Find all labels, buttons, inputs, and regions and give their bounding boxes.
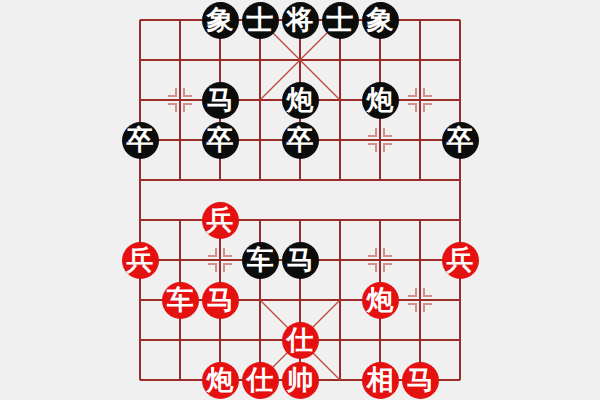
piece-black-cannon[interactable]: 炮: [282, 82, 319, 119]
board-point-6-3[interactable]: [360, 120, 400, 160]
board-point-8-9[interactable]: [440, 360, 480, 400]
piece-black-soldier[interactable]: 卒: [282, 122, 319, 159]
board-point-2-4[interactable]: [200, 160, 240, 200]
board-point-3-8[interactable]: [240, 320, 280, 360]
board-point-7-9[interactable]: 马: [400, 360, 440, 400]
board-point-6-0[interactable]: 象: [360, 0, 400, 40]
board-point-8-8[interactable]: [440, 320, 480, 360]
board-point-8-1[interactable]: [440, 40, 480, 80]
board-point-5-0[interactable]: 士: [320, 0, 360, 40]
board-point-2-0[interactable]: 象: [200, 0, 240, 40]
piece-black-advisor[interactable]: 士: [242, 2, 279, 39]
piece-black-soldier[interactable]: 卒: [122, 122, 159, 159]
board-point-5-6[interactable]: [320, 240, 360, 280]
board-point-4-6[interactable]: 马: [280, 240, 320, 280]
board-point-3-0[interactable]: 士: [240, 0, 280, 40]
board-point-6-8[interactable]: [360, 320, 400, 360]
board-point-8-0[interactable]: [440, 0, 480, 40]
board-point-4-4[interactable]: [280, 160, 320, 200]
piece-black-general[interactable]: 将: [282, 2, 319, 39]
board-point-6-6[interactable]: [360, 240, 400, 280]
board-point-1-2[interactable]: [160, 80, 200, 120]
piece-red-elephant[interactable]: 相: [362, 362, 399, 399]
board-point-4-1[interactable]: [280, 40, 320, 80]
piece-red-advisor[interactable]: 仕: [282, 322, 319, 359]
board-point-4-0[interactable]: 将: [280, 0, 320, 40]
board-point-6-2[interactable]: 炮: [360, 80, 400, 120]
board-point-1-1[interactable]: [160, 40, 200, 80]
piece-black-advisor[interactable]: 士: [322, 2, 359, 39]
piece-black-horse[interactable]: 马: [202, 82, 239, 119]
board-point-8-5[interactable]: [440, 200, 480, 240]
board-point-0-1[interactable]: [120, 40, 160, 80]
board-point-0-9[interactable]: [120, 360, 160, 400]
piece-black-elephant[interactable]: 象: [362, 2, 399, 39]
board-point-5-5[interactable]: [320, 200, 360, 240]
board-point-6-9[interactable]: 相: [360, 360, 400, 400]
board-point-7-8[interactable]: [400, 320, 440, 360]
board-grid: 象士将士象马炮炮卒卒卒卒兵兵车马兵车马炮仕炮仕帅相马: [120, 0, 480, 400]
piece-red-general[interactable]: 帅: [282, 362, 319, 399]
board-point-3-7[interactable]: [240, 280, 280, 320]
board-point-4-7[interactable]: [280, 280, 320, 320]
board-point-2-1[interactable]: [200, 40, 240, 80]
board-point-1-9[interactable]: [160, 360, 200, 400]
board-point-4-3[interactable]: 卒: [280, 120, 320, 160]
piece-red-horse[interactable]: 马: [202, 282, 239, 319]
board-point-8-2[interactable]: [440, 80, 480, 120]
board-point-6-4[interactable]: [360, 160, 400, 200]
board-point-5-1[interactable]: [320, 40, 360, 80]
board-point-8-4[interactable]: [440, 160, 480, 200]
board-point-1-4[interactable]: [160, 160, 200, 200]
board-point-3-6[interactable]: 车: [240, 240, 280, 280]
board-point-3-4[interactable]: [240, 160, 280, 200]
board-point-1-0[interactable]: [160, 0, 200, 40]
board-point-7-1[interactable]: [400, 40, 440, 80]
board-point-5-2[interactable]: [320, 80, 360, 120]
board-point-6-5[interactable]: [360, 200, 400, 240]
board-point-5-9[interactable]: [320, 360, 360, 400]
board-point-7-2[interactable]: [400, 80, 440, 120]
board-point-0-4[interactable]: [120, 160, 160, 200]
board-point-0-7[interactable]: [120, 280, 160, 320]
board-point-0-6[interactable]: 兵: [120, 240, 160, 280]
board-point-4-9[interactable]: 帅: [280, 360, 320, 400]
board-point-2-7[interactable]: 马: [200, 280, 240, 320]
board-point-2-2[interactable]: 马: [200, 80, 240, 120]
piece-black-cannon[interactable]: 炮: [362, 82, 399, 119]
board-point-6-7[interactable]: 炮: [360, 280, 400, 320]
board-point-8-3[interactable]: 卒: [440, 120, 480, 160]
xiangqi-board: 象士将士象马炮炮卒卒卒卒兵兵车马兵车马炮仕炮仕帅相马: [0, 0, 600, 400]
board-point-2-6[interactable]: [200, 240, 240, 280]
board-point-6-1[interactable]: [360, 40, 400, 80]
board-point-1-5[interactable]: [160, 200, 200, 240]
board-point-3-2[interactable]: [240, 80, 280, 120]
board-point-3-5[interactable]: [240, 200, 280, 240]
piece-black-soldier[interactable]: 卒: [202, 122, 239, 159]
piece-black-soldier[interactable]: 卒: [442, 122, 479, 159]
board-point-0-0[interactable]: [120, 0, 160, 40]
board-point-4-8[interactable]: 仕: [280, 320, 320, 360]
board-point-8-6[interactable]: 兵: [440, 240, 480, 280]
board-point-5-7[interactable]: [320, 280, 360, 320]
board-point-4-5[interactable]: [280, 200, 320, 240]
board-point-0-8[interactable]: [120, 320, 160, 360]
piece-red-chariot[interactable]: 车: [162, 282, 199, 319]
board-point-1-3[interactable]: [160, 120, 200, 160]
piece-red-soldier[interactable]: 兵: [122, 242, 159, 279]
board-point-7-7[interactable]: [400, 280, 440, 320]
piece-red-cannon[interactable]: 炮: [362, 282, 399, 319]
board-point-1-7[interactable]: 车: [160, 280, 200, 320]
board-point-8-7[interactable]: [440, 280, 480, 320]
board-point-2-8[interactable]: [200, 320, 240, 360]
board-point-0-5[interactable]: [120, 200, 160, 240]
piece-red-advisor[interactable]: 仕: [242, 362, 279, 399]
board-point-7-3[interactable]: [400, 120, 440, 160]
board-point-4-2[interactable]: 炮: [280, 80, 320, 120]
board-point-5-3[interactable]: [320, 120, 360, 160]
piece-red-cannon[interactable]: 炮: [202, 362, 239, 399]
board-point-2-3[interactable]: 卒: [200, 120, 240, 160]
board-point-0-3[interactable]: 卒: [120, 120, 160, 160]
board-point-1-8[interactable]: [160, 320, 200, 360]
piece-red-soldier[interactable]: 兵: [442, 242, 479, 279]
piece-black-horse[interactable]: 马: [282, 242, 319, 279]
piece-red-horse[interactable]: 马: [402, 362, 439, 399]
board-point-0-2[interactable]: [120, 80, 160, 120]
board-point-7-0[interactable]: [400, 0, 440, 40]
board-point-7-5[interactable]: [400, 200, 440, 240]
board-point-5-4[interactable]: [320, 160, 360, 200]
board-point-7-4[interactable]: [400, 160, 440, 200]
piece-black-elephant[interactable]: 象: [202, 2, 239, 39]
board-point-1-6[interactable]: [160, 240, 200, 280]
piece-black-chariot[interactable]: 车: [242, 242, 279, 279]
board-point-3-1[interactable]: [240, 40, 280, 80]
piece-red-soldier[interactable]: 兵: [202, 202, 239, 239]
board-point-2-9[interactable]: 炮: [200, 360, 240, 400]
board-point-3-9[interactable]: 仕: [240, 360, 280, 400]
board-point-2-5[interactable]: 兵: [200, 200, 240, 240]
board-point-5-8[interactable]: [320, 320, 360, 360]
board-point-7-6[interactable]: [400, 240, 440, 280]
board-point-3-3[interactable]: [240, 120, 280, 160]
